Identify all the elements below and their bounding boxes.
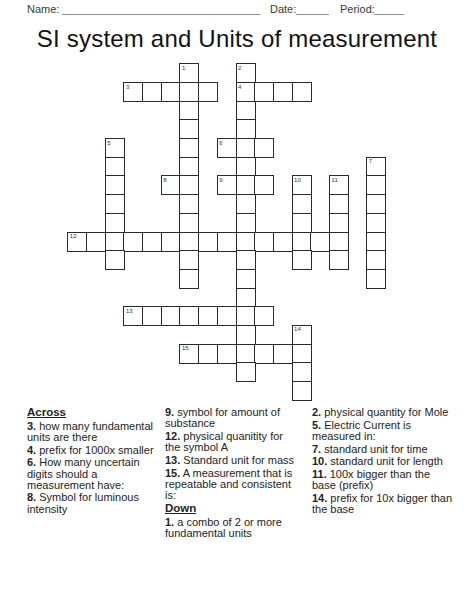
cell-number: 13 (126, 308, 133, 315)
cell-r9c12[interactable] (292, 232, 312, 252)
cell-r11c6[interactable] (179, 269, 199, 289)
cell-r5c6[interactable] (179, 157, 199, 177)
cell-r9c6[interactable] (179, 232, 199, 252)
clue-down-14: 14. prefix for 10x bigger than the base (312, 493, 453, 515)
cell-r9c8[interactable] (217, 232, 237, 252)
cell-r1c4[interactable] (142, 82, 162, 102)
cell-r13c4[interactable] (142, 306, 162, 326)
cell-r14c9[interactable] (236, 325, 256, 345)
cell-r6c8[interactable]: 9 (217, 175, 237, 195)
worksheet-page: Name: Date: Period: SI system and Units … (0, 0, 474, 613)
cell-number: 12 (70, 233, 77, 240)
cell-r5c2[interactable] (105, 157, 125, 177)
clue-across-4: 4. prefix for 1000x smaller (27, 445, 160, 456)
cell-r7c2[interactable] (105, 194, 125, 214)
cell-r8c9[interactable] (236, 213, 256, 233)
name-blank-line (62, 14, 260, 15)
cell-r6c6[interactable] (179, 175, 199, 195)
cell-r8c14[interactable] (329, 213, 349, 233)
cell-r9c3[interactable] (123, 232, 143, 252)
cell-r1c11[interactable] (273, 82, 293, 102)
cell-r0c9[interactable]: 2 (236, 63, 256, 83)
cell-number: 7 (369, 158, 372, 165)
cell-number: 2 (238, 65, 241, 72)
page-title: SI system and Units of measurement (0, 25, 474, 53)
down-header: Down (165, 503, 296, 514)
cell-r15c10[interactable] (254, 344, 274, 364)
cell-r6c5[interactable]: 8 (161, 175, 181, 195)
cell-number: 5 (107, 140, 110, 147)
cell-r9c9[interactable] (236, 232, 256, 252)
cell-r9c10[interactable] (254, 232, 274, 252)
cell-r13c3[interactable]: 13 (123, 306, 143, 326)
cell-r6c14[interactable]: 11 (329, 175, 349, 195)
cell-r4c6[interactable] (179, 138, 199, 158)
cell-r9c7[interactable] (198, 232, 218, 252)
cell-r1c6[interactable] (179, 82, 199, 102)
clue-across-13: 13. Standard unit for mass (165, 455, 296, 466)
clue-across-12: 12. physical quanitity for the symbol A (165, 431, 296, 453)
cell-r6c9[interactable] (236, 175, 256, 195)
cell-number: 4 (238, 84, 241, 91)
crossword-grid: 123456789101112131415 (68, 64, 386, 400)
cell-r2c9[interactable] (236, 101, 256, 121)
clue-across-9: 9. symbol for amount of substance (165, 407, 296, 429)
cell-r1c3[interactable]: 3 (123, 82, 143, 102)
cell-r13c10[interactable] (254, 306, 274, 326)
clue-across-6: 6. How many uncertain digits should a me… (27, 457, 160, 491)
clue-down-7: 7. standard unit for time (312, 444, 453, 455)
cell-r3c9[interactable] (236, 119, 256, 139)
cell-r8c16[interactable] (366, 213, 386, 233)
cell-r1c9[interactable]: 4 (236, 82, 256, 102)
cell-r8c2[interactable] (105, 213, 125, 233)
cell-r1c7[interactable] (198, 82, 218, 102)
cell-r1c5[interactable] (161, 82, 181, 102)
clue-down-5: 5. Electric Current is measured in: (312, 420, 453, 442)
cell-number: 11 (331, 177, 337, 184)
cell-r3c6[interactable] (179, 119, 199, 139)
cell-r6c10[interactable] (254, 175, 274, 195)
cell-r9c0[interactable]: 12 (67, 232, 87, 252)
clue-across-15: 15. A measurement that is repeatable and… (165, 468, 296, 502)
cell-number: 6 (219, 140, 222, 147)
cell-r13c5[interactable] (161, 306, 181, 326)
cell-r17c12[interactable] (292, 381, 312, 401)
clue-across-8: 8. Symbol for luminous intensity (27, 492, 160, 514)
cell-r1c10[interactable] (254, 82, 274, 102)
cell-r13c6[interactable] (179, 306, 199, 326)
date-blank-line (296, 14, 329, 15)
cell-r4c2[interactable]: 5 (105, 138, 125, 158)
cell-number: 14 (294, 326, 301, 333)
cell-r4c8[interactable]: 6 (217, 138, 237, 158)
cell-number: 10 (294, 177, 301, 184)
cell-r6c12[interactable]: 10 (292, 175, 312, 195)
cell-r11c9[interactable] (236, 269, 256, 289)
cell-r16c9[interactable] (236, 362, 256, 382)
cell-r9c11[interactable] (273, 232, 293, 252)
clue-across-3: 3. how many fundamental units are there (27, 421, 160, 443)
cell-number: 9 (219, 177, 222, 184)
cell-r6c16[interactable] (366, 175, 386, 195)
cell-r7c14[interactable] (329, 194, 349, 214)
cell-r13c9[interactable] (236, 306, 256, 326)
cell-r16c12[interactable] (292, 362, 312, 382)
cell-r13c8[interactable] (217, 306, 237, 326)
clue-column-2: 9. symbol for amount of substance12. phy… (165, 407, 296, 541)
cell-r5c16[interactable]: 7 (366, 157, 386, 177)
period-blank-line (374, 14, 404, 15)
period-label: Period: (340, 3, 375, 15)
clue-down-1: 1. a combo of 2 or more fundamental unit… (165, 517, 296, 539)
cell-r9c16[interactable] (366, 232, 386, 252)
cell-r9c1[interactable] (86, 232, 106, 252)
clue-down-2: 2. physical quantity for Mole (312, 407, 453, 418)
cell-number: 8 (163, 177, 166, 184)
cell-r15c8[interactable] (217, 344, 237, 364)
cell-r10c2[interactable] (105, 250, 125, 270)
cell-r7c12[interactable] (292, 194, 312, 214)
cell-r5c9[interactable] (236, 157, 256, 177)
cell-r12c9[interactable] (236, 288, 256, 308)
cell-r8c6[interactable] (179, 213, 199, 233)
cell-r15c7[interactable] (198, 344, 218, 364)
cell-number: 15 (182, 345, 189, 352)
cell-r7c9[interactable] (236, 194, 256, 214)
cell-r14c12[interactable]: 14 (292, 325, 312, 345)
across-header: Across (27, 407, 160, 418)
cell-r1c12[interactable] (292, 82, 312, 102)
cell-r0c6[interactable]: 1 (179, 63, 199, 83)
clue-down-11: 11. 100x bigger than the base (prefix) (312, 469, 453, 491)
cell-number: 1 (182, 65, 185, 72)
cell-r6c2[interactable] (105, 175, 125, 195)
cell-r7c6[interactable] (179, 194, 199, 214)
cell-r4c10[interactable] (254, 138, 274, 158)
cell-r15c9[interactable] (236, 344, 256, 364)
cell-r4c9[interactable] (236, 138, 256, 158)
cell-r9c5[interactable] (161, 232, 181, 252)
cell-r2c6[interactable] (179, 101, 199, 121)
cell-r8c12[interactable] (292, 213, 312, 233)
clue-column-3: 2. physical quantity for Mole5. Electric… (312, 407, 453, 517)
cell-r9c4[interactable] (142, 232, 162, 252)
cell-r10c14[interactable] (329, 250, 349, 270)
cell-r9c14[interactable] (329, 232, 349, 252)
cell-r10c6[interactable] (179, 250, 199, 270)
cell-r15c12[interactable] (292, 344, 312, 364)
cell-r10c9[interactable] (236, 250, 256, 270)
cell-number: 3 (126, 84, 129, 91)
cell-r13c7[interactable] (198, 306, 218, 326)
cell-r9c13[interactable] (310, 232, 330, 252)
cell-r15c11[interactable] (273, 344, 293, 364)
clue-down-10: 10. standard unit for length (312, 456, 453, 467)
name-label: Name: (27, 3, 59, 15)
cell-r10c16[interactable] (366, 250, 386, 270)
date-label: Date: (270, 3, 296, 15)
cell-r10c12[interactable] (292, 250, 312, 270)
cell-r9c2[interactable] (105, 232, 125, 252)
cell-r11c16[interactable] (366, 269, 386, 289)
cell-r15c6[interactable]: 15 (179, 344, 199, 364)
clue-column-1: Across3. how many fundamental units are … (27, 407, 160, 516)
cell-r7c16[interactable] (366, 194, 386, 214)
